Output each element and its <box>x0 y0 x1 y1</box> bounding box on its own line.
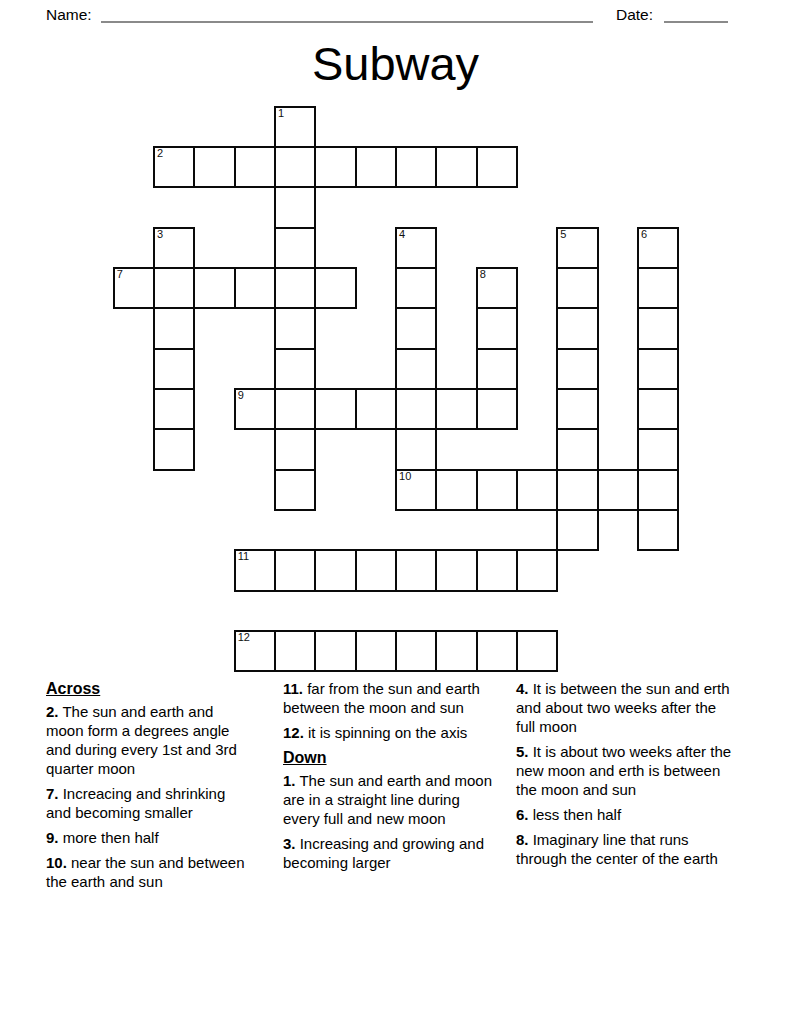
crossword-grid: 123456789101112 <box>113 106 680 673</box>
clues-column-down: 4. It is between the sun and erth and ab… <box>516 679 736 874</box>
grid-cell-1-2[interactable] <box>193 146 235 188</box>
grid-cell-4-9[interactable]: 8 <box>476 267 518 309</box>
grid-cell-9-9[interactable] <box>476 469 518 511</box>
grid-cell-4-4[interactable] <box>274 267 316 309</box>
grid-cell-7-5[interactable] <box>314 388 356 430</box>
clues-column-middle: 11. far from the sun and earth between t… <box>283 679 495 878</box>
clues-heading-across: Across <box>46 679 251 698</box>
clue-number-12: 12 <box>238 631 250 644</box>
grid-cell-5-13[interactable] <box>637 307 679 349</box>
clue-number-4: 4 <box>399 228 405 241</box>
clue-3: 3. Increasing and growing and becoming l… <box>283 834 495 872</box>
grid-cell-7-1[interactable] <box>153 388 195 430</box>
grid-cell-4-3[interactable] <box>234 267 276 309</box>
grid-cell-8-7[interactable] <box>395 428 437 470</box>
grid-cell-4-0[interactable]: 7 <box>113 267 155 309</box>
grid-cell-1-5[interactable] <box>314 146 356 188</box>
grid-cell-9-12[interactable] <box>597 469 639 511</box>
grid-cell-9-10[interactable] <box>516 469 558 511</box>
grid-cell-6-1[interactable] <box>153 348 195 390</box>
grid-cell-7-11[interactable] <box>556 388 598 430</box>
clue-number-10: 10 <box>399 470 411 483</box>
grid-cell-7-3[interactable]: 9 <box>234 388 276 430</box>
grid-cell-11-8[interactable] <box>435 549 477 591</box>
clue-8: 8. Imaginary line that runs through the … <box>516 830 736 868</box>
grid-cell-1-1[interactable]: 2 <box>153 146 195 188</box>
name-label: Name: <box>46 6 92 24</box>
grid-cell-4-11[interactable] <box>556 267 598 309</box>
grid-cell-5-7[interactable] <box>395 307 437 349</box>
grid-cell-6-7[interactable] <box>395 348 437 390</box>
grid-cell-1-7[interactable] <box>395 146 437 188</box>
grid-cell-8-11[interactable] <box>556 428 598 470</box>
grid-cell-3-13[interactable]: 6 <box>637 227 679 269</box>
grid-cell-7-7[interactable] <box>395 388 437 430</box>
grid-cell-13-7[interactable] <box>395 630 437 672</box>
clue-5: 5. It is about two weeks after the new m… <box>516 742 736 799</box>
grid-cell-5-11[interactable] <box>556 307 598 349</box>
grid-cell-9-7[interactable]: 10 <box>395 469 437 511</box>
grid-cell-7-9[interactable] <box>476 388 518 430</box>
clue-number-2: 2 <box>157 147 163 160</box>
grid-cell-1-8[interactable] <box>435 146 477 188</box>
grid-cell-13-8[interactable] <box>435 630 477 672</box>
grid-cell-6-11[interactable] <box>556 348 598 390</box>
grid-cell-10-13[interactable] <box>637 509 679 551</box>
clue-number-6: 6 <box>641 228 647 241</box>
clue-number-5: 5 <box>560 228 566 241</box>
clues-heading-down: Down <box>283 748 495 767</box>
grid-cell-4-5[interactable] <box>314 267 356 309</box>
clue-2: 2. The sun and earth and moon form a deg… <box>46 702 251 778</box>
grid-cell-1-6[interactable] <box>355 146 397 188</box>
grid-cell-11-6[interactable] <box>355 549 397 591</box>
worksheet-page: Name: Date: Subway 123456789101112 Acros… <box>0 0 791 1024</box>
grid-cell-8-13[interactable] <box>637 428 679 470</box>
grid-cell-6-9[interactable] <box>476 348 518 390</box>
clue-number-11: 11 <box>238 550 249 563</box>
clue-number-7: 7 <box>117 268 123 281</box>
clue-4: 4. It is between the sun and erth and ab… <box>516 679 736 736</box>
grid-cell-6-4[interactable] <box>274 348 316 390</box>
grid-cell-11-4[interactable] <box>274 549 316 591</box>
clue-number-8: 8 <box>480 268 486 281</box>
grid-cell-5-4[interactable] <box>274 307 316 349</box>
grid-cell-7-8[interactable] <box>435 388 477 430</box>
grid-cell-7-4[interactable] <box>274 388 316 430</box>
puzzle-title: Subway <box>0 36 791 91</box>
grid-cell-7-6[interactable] <box>355 388 397 430</box>
grid-cell-1-3[interactable] <box>234 146 276 188</box>
clue-9: 9. more then half <box>46 828 251 847</box>
clue-number-3: 3 <box>157 228 163 241</box>
grid-cell-11-10[interactable] <box>516 549 558 591</box>
grid-cell-13-5[interactable] <box>314 630 356 672</box>
grid-cell-11-5[interactable] <box>314 549 356 591</box>
grid-cell-0-4[interactable]: 1 <box>274 106 316 148</box>
grid-cell-3-4[interactable] <box>274 227 316 269</box>
date-blank-line <box>664 21 728 23</box>
grid-cell-3-11[interactable]: 5 <box>556 227 598 269</box>
grid-cell-3-7[interactable]: 4 <box>395 227 437 269</box>
grid-cell-13-4[interactable] <box>274 630 316 672</box>
grid-cell-6-13[interactable] <box>637 348 679 390</box>
grid-cell-13-10[interactable] <box>516 630 558 672</box>
grid-cell-4-13[interactable] <box>637 267 679 309</box>
date-label: Date: <box>616 6 653 24</box>
grid-cell-2-4[interactable] <box>274 186 316 228</box>
grid-cell-9-8[interactable] <box>435 469 477 511</box>
grid-cell-10-11[interactable] <box>556 509 598 551</box>
grid-cell-8-4[interactable] <box>274 428 316 470</box>
grid-cell-11-9[interactable] <box>476 549 518 591</box>
grid-cell-13-6[interactable] <box>355 630 397 672</box>
grid-cell-4-1[interactable] <box>153 267 195 309</box>
grid-cell-7-13[interactable] <box>637 388 679 430</box>
grid-cell-1-4[interactable] <box>274 146 316 188</box>
grid-cell-8-1[interactable] <box>153 428 195 470</box>
clue-number-9: 9 <box>238 389 244 402</box>
grid-cell-11-3[interactable]: 11 <box>234 549 276 591</box>
clue-7: 7. Increacing and shrinking and becoming… <box>46 784 251 822</box>
clue-number-1: 1 <box>278 107 284 120</box>
grid-cell-9-11[interactable] <box>556 469 598 511</box>
clue-12: 12. it is spinning on the axis <box>283 723 495 742</box>
grid-cell-1-9[interactable] <box>476 146 518 188</box>
grid-cell-13-9[interactable] <box>476 630 518 672</box>
clue-11: 11. far from the sun and earth between t… <box>283 679 495 717</box>
grid-cell-13-3[interactable]: 12 <box>234 630 276 672</box>
grid-cell-9-4[interactable] <box>274 469 316 511</box>
grid-cell-11-7[interactable] <box>395 549 437 591</box>
grid-cell-5-9[interactable] <box>476 307 518 349</box>
clue-10: 10. near the sun and between the earth a… <box>46 853 251 891</box>
grid-cell-5-1[interactable] <box>153 307 195 349</box>
clues-column-across: Across2. The sun and earth and moon form… <box>46 679 251 897</box>
clue-1: 1. The sun and earth and moon are in a s… <box>283 771 495 828</box>
grid-cell-4-7[interactable] <box>395 267 437 309</box>
grid-cell-9-13[interactable] <box>637 469 679 511</box>
clue-6: 6. less then half <box>516 805 736 824</box>
name-blank-line <box>101 21 593 23</box>
grid-cell-3-1[interactable]: 3 <box>153 227 195 269</box>
grid-cell-4-2[interactable] <box>193 267 235 309</box>
